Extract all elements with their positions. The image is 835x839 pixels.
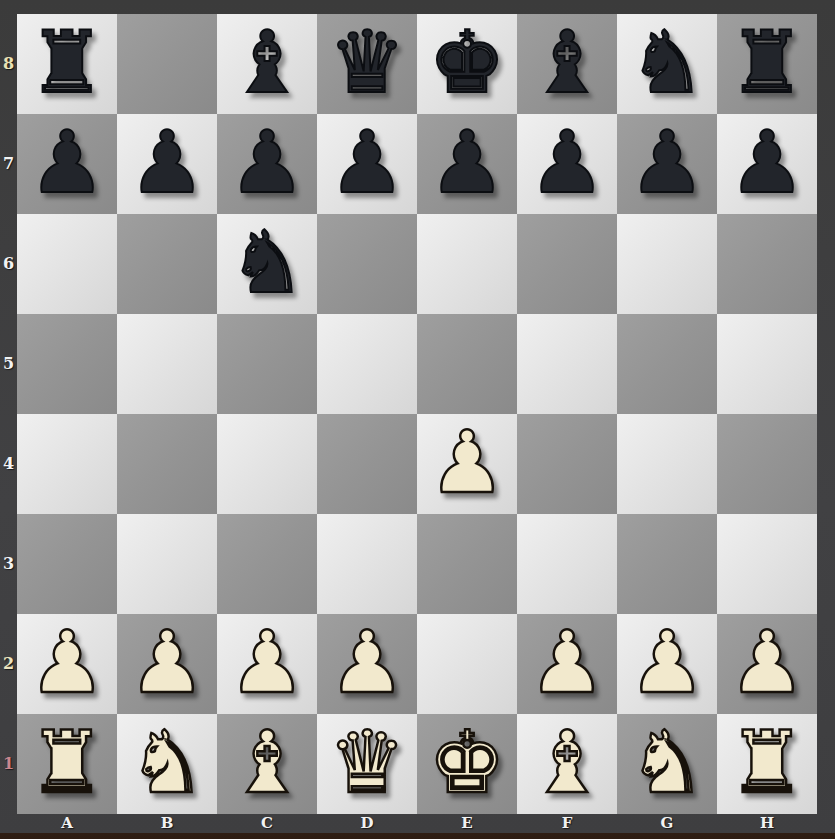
square-c2[interactable]: ♟ bbox=[217, 614, 317, 714]
white-bishop[interactable]: ♝ bbox=[528, 712, 605, 812]
square-d2[interactable]: ♟ bbox=[317, 614, 417, 714]
square-b4[interactable] bbox=[117, 414, 217, 514]
white-pawn[interactable]: ♟ bbox=[228, 612, 305, 712]
black-bishop[interactable]: ♝ bbox=[528, 12, 605, 112]
square-g4[interactable] bbox=[617, 414, 717, 514]
square-c7[interactable]: ♟ bbox=[217, 114, 317, 214]
square-g1[interactable]: ♞ bbox=[617, 714, 717, 814]
square-b5[interactable] bbox=[117, 314, 217, 414]
square-h4[interactable] bbox=[717, 414, 817, 514]
square-e5[interactable] bbox=[417, 314, 517, 414]
black-pawn[interactable]: ♟ bbox=[28, 112, 105, 212]
square-e7[interactable]: ♟ bbox=[417, 114, 517, 214]
square-f8[interactable]: ♝ bbox=[517, 14, 617, 114]
square-c8[interactable]: ♝ bbox=[217, 14, 317, 114]
square-d7[interactable]: ♟ bbox=[317, 114, 417, 214]
file-label-b: B bbox=[117, 814, 217, 833]
rank-label-5: 5 bbox=[0, 314, 17, 414]
square-e2[interactable] bbox=[417, 614, 517, 714]
white-knight[interactable]: ♞ bbox=[128, 712, 205, 812]
board-frame-bottom-edge bbox=[0, 833, 835, 839]
square-b6[interactable] bbox=[117, 214, 217, 314]
rank-label-3: 3 bbox=[0, 514, 17, 614]
square-f7[interactable]: ♟ bbox=[517, 114, 617, 214]
file-label-f: F bbox=[517, 814, 617, 833]
white-pawn[interactable]: ♟ bbox=[728, 612, 805, 712]
white-pawn[interactable]: ♟ bbox=[628, 612, 705, 712]
square-g3[interactable] bbox=[617, 514, 717, 614]
rank-label-8: 8 bbox=[0, 14, 17, 114]
square-f6[interactable] bbox=[517, 214, 617, 314]
square-h8[interactable]: ♜ bbox=[717, 14, 817, 114]
black-pawn[interactable]: ♟ bbox=[728, 112, 805, 212]
black-knight[interactable]: ♞ bbox=[628, 12, 705, 112]
square-h1[interactable]: ♜ bbox=[717, 714, 817, 814]
black-queen[interactable]: ♛ bbox=[328, 12, 405, 112]
square-c6[interactable]: ♞ bbox=[217, 214, 317, 314]
white-pawn[interactable]: ♟ bbox=[128, 612, 205, 712]
square-h5[interactable] bbox=[717, 314, 817, 414]
black-pawn[interactable]: ♟ bbox=[228, 112, 305, 212]
square-h3[interactable] bbox=[717, 514, 817, 614]
white-bishop[interactable]: ♝ bbox=[228, 712, 305, 812]
square-a8[interactable]: ♜ bbox=[17, 14, 117, 114]
black-pawn[interactable]: ♟ bbox=[128, 112, 205, 212]
file-label-a: A bbox=[17, 814, 117, 833]
square-d4[interactable] bbox=[317, 414, 417, 514]
white-pawn[interactable]: ♟ bbox=[428, 412, 505, 512]
black-pawn[interactable]: ♟ bbox=[428, 112, 505, 212]
square-c3[interactable] bbox=[217, 514, 317, 614]
square-b1[interactable]: ♞ bbox=[117, 714, 217, 814]
white-pawn[interactable]: ♟ bbox=[528, 612, 605, 712]
black-king[interactable]: ♚ bbox=[428, 12, 505, 112]
square-a4[interactable] bbox=[17, 414, 117, 514]
square-f2[interactable]: ♟ bbox=[517, 614, 617, 714]
square-c4[interactable] bbox=[217, 414, 317, 514]
square-a3[interactable] bbox=[17, 514, 117, 614]
square-e3[interactable] bbox=[417, 514, 517, 614]
square-g5[interactable] bbox=[617, 314, 717, 414]
square-a5[interactable] bbox=[17, 314, 117, 414]
square-f3[interactable] bbox=[517, 514, 617, 614]
square-a6[interactable] bbox=[17, 214, 117, 314]
square-d6[interactable] bbox=[317, 214, 417, 314]
rank-label-4: 4 bbox=[0, 414, 17, 514]
square-g6[interactable] bbox=[617, 214, 717, 314]
chess-board-frame: ♜♝♛♚♝♞♜♟♟♟♟♟♟♟♟♞♟♟♟♟♟♟♟♟♜♞♝♛♚♝♞♜ 8765432… bbox=[0, 0, 835, 839]
black-knight[interactable]: ♞ bbox=[228, 212, 305, 312]
white-pawn[interactable]: ♟ bbox=[328, 612, 405, 712]
square-b7[interactable]: ♟ bbox=[117, 114, 217, 214]
black-pawn[interactable]: ♟ bbox=[628, 112, 705, 212]
square-d5[interactable] bbox=[317, 314, 417, 414]
square-e4[interactable]: ♟ bbox=[417, 414, 517, 514]
rank-label-1: 1 bbox=[0, 714, 17, 814]
square-d1[interactable]: ♛ bbox=[317, 714, 417, 814]
square-a1[interactable]: ♜ bbox=[17, 714, 117, 814]
square-e1[interactable]: ♚ bbox=[417, 714, 517, 814]
white-knight[interactable]: ♞ bbox=[628, 712, 705, 812]
white-rook[interactable]: ♜ bbox=[728, 712, 805, 812]
black-pawn[interactable]: ♟ bbox=[528, 112, 605, 212]
square-b3[interactable] bbox=[117, 514, 217, 614]
square-d3[interactable] bbox=[317, 514, 417, 614]
file-label-c: C bbox=[217, 814, 317, 833]
file-label-g: G bbox=[617, 814, 717, 833]
black-rook[interactable]: ♜ bbox=[28, 12, 105, 112]
square-a2[interactable]: ♟ bbox=[17, 614, 117, 714]
square-b8[interactable] bbox=[117, 14, 217, 114]
square-f1[interactable]: ♝ bbox=[517, 714, 617, 814]
white-queen[interactable]: ♛ bbox=[328, 712, 405, 812]
square-f4[interactable] bbox=[517, 414, 617, 514]
square-b2[interactable]: ♟ bbox=[117, 614, 217, 714]
file-label-e: E bbox=[417, 814, 517, 833]
black-bishop[interactable]: ♝ bbox=[228, 12, 305, 112]
square-g7[interactable]: ♟ bbox=[617, 114, 717, 214]
black-pawn[interactable]: ♟ bbox=[328, 112, 405, 212]
file-label-h: H bbox=[717, 814, 817, 833]
square-d8[interactable]: ♛ bbox=[317, 14, 417, 114]
white-king[interactable]: ♚ bbox=[428, 712, 505, 812]
square-a7[interactable]: ♟ bbox=[17, 114, 117, 214]
square-c1[interactable]: ♝ bbox=[217, 714, 317, 814]
black-rook[interactable]: ♜ bbox=[728, 12, 805, 112]
rank-label-2: 2 bbox=[0, 614, 17, 714]
square-h7[interactable]: ♟ bbox=[717, 114, 817, 214]
square-e6[interactable] bbox=[417, 214, 517, 314]
rank-label-7: 7 bbox=[0, 114, 17, 214]
chess-board: ♜♝♛♚♝♞♜♟♟♟♟♟♟♟♟♞♟♟♟♟♟♟♟♟♜♞♝♛♚♝♞♜ bbox=[17, 14, 817, 814]
square-h2[interactable]: ♟ bbox=[717, 614, 817, 714]
square-h6[interactable] bbox=[717, 214, 817, 314]
square-e8[interactable]: ♚ bbox=[417, 14, 517, 114]
white-pawn[interactable]: ♟ bbox=[28, 612, 105, 712]
file-label-d: D bbox=[317, 814, 417, 833]
rank-label-6: 6 bbox=[0, 214, 17, 314]
square-f5[interactable] bbox=[517, 314, 617, 414]
square-g8[interactable]: ♞ bbox=[617, 14, 717, 114]
square-c5[interactable] bbox=[217, 314, 317, 414]
white-rook[interactable]: ♜ bbox=[28, 712, 105, 812]
square-g2[interactable]: ♟ bbox=[617, 614, 717, 714]
